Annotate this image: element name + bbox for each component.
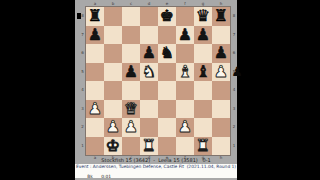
square-g1: ♜: [194, 137, 212, 156]
square-g3: [194, 100, 212, 119]
square-a4: [86, 81, 104, 100]
square-g6: [194, 44, 212, 63]
square-f4: [176, 81, 194, 100]
square-a7: ♟: [86, 26, 104, 45]
square-h2: [212, 118, 230, 137]
piece-bP-h6: ♟: [212, 44, 230, 63]
square-d6: ♟: [140, 44, 158, 63]
piece-wR-g1: ♜: [194, 137, 212, 156]
square-b2: ♟: [104, 118, 122, 137]
piece-bN-e6: ♞: [158, 44, 176, 63]
rank-label-1: 1: [80, 137, 85, 156]
square-e4: [158, 81, 176, 100]
piece-bR-a8: ♜: [86, 7, 104, 26]
square-e1: [158, 137, 176, 156]
piece-bP-a7: ♟: [86, 26, 104, 45]
rank-label-8: 8: [232, 7, 237, 26]
rank-label-6: 6: [232, 44, 237, 63]
square-f7: ♟: [176, 26, 194, 45]
matchup-line: Stockfish 15 (3642) - Leela 15 (3581) 0-…: [75, 157, 237, 163]
clock-value: 0:01: [101, 174, 111, 178]
square-c6: [122, 44, 140, 63]
piece-wP-h5: ♟: [212, 63, 230, 82]
square-d8: [140, 7, 158, 26]
square-g5: ♝: [194, 63, 212, 82]
square-a8: ♜: [86, 7, 104, 26]
clock-label: Bk: [87, 174, 93, 178]
square-h6: ♟: [212, 44, 230, 63]
piece-wP-b2: ♟: [104, 118, 122, 137]
rank-label-7: 7: [232, 26, 237, 45]
square-e3: [158, 100, 176, 119]
side-to-move-indicator-black: [77, 13, 81, 19]
rank-labels-right: 87654321: [232, 7, 237, 155]
board-panel: abcdefgh 87654321 87654321 abcdefgh ♜♚♛♜…: [75, 0, 237, 180]
square-d5: ♞: [140, 63, 158, 82]
piece-bK-e8: ♚: [158, 7, 176, 26]
piece-bP-d6: ♟: [140, 44, 158, 63]
file-label-b: b: [104, 2, 122, 7]
square-h3: [212, 100, 230, 119]
rank-label-7: 7: [80, 26, 85, 45]
info-strip: Event : Anderssen, Tuebingen Defense, Ca…: [75, 164, 237, 179]
square-b5: [104, 63, 122, 82]
square-c4: [122, 81, 140, 100]
chess-board: ♜♚♛♜♟♟♟♟♞♟♟♞♝♝♟♟♛♟♟♟♚♜♜: [86, 7, 230, 155]
piece-wB-f5: ♝: [176, 63, 194, 82]
event-line: Event : Anderssen, Tuebingen Defense, Ca…: [75, 164, 237, 170]
square-e5: [158, 63, 176, 82]
piece-bP-f7: ♟: [176, 26, 194, 45]
square-f1: [176, 137, 194, 156]
rank-label-3: 3: [232, 100, 237, 119]
square-e2: [158, 118, 176, 137]
piece-bB-g5: ♝: [194, 63, 212, 82]
square-a1: [86, 137, 104, 156]
rank-label-2: 2: [232, 118, 237, 137]
square-h7: [212, 26, 230, 45]
square-d1: ♜: [140, 137, 158, 156]
square-g4: [194, 81, 212, 100]
piece-wK-b1: ♚: [104, 137, 122, 156]
piece-wQ-c3: ♛: [122, 100, 140, 119]
piece-bP-c5: ♟: [122, 63, 140, 82]
rank-label-2: 2: [80, 118, 85, 137]
square-f2: ♟: [176, 118, 194, 137]
square-f3: [176, 100, 194, 119]
square-f6: [176, 44, 194, 63]
square-c2: ♟: [122, 118, 140, 137]
square-b8: [104, 7, 122, 26]
square-g7: ♟: [194, 26, 212, 45]
rank-labels-left: 87654321: [80, 7, 85, 155]
piece-wR-d1: ♜: [140, 137, 158, 156]
square-f8: [176, 7, 194, 26]
rank-label-5: 5: [80, 63, 85, 82]
rank-label-4: 4: [232, 81, 237, 100]
square-h8: ♜: [212, 7, 230, 26]
square-b3: [104, 100, 122, 119]
piece-bP-g7: ♟: [194, 26, 212, 45]
square-d2: [140, 118, 158, 137]
square-c8: [122, 7, 140, 26]
piece-wP-a3: ♟: [86, 100, 104, 119]
rank-label-1: 1: [232, 137, 237, 156]
square-e7: [158, 26, 176, 45]
square-d4: [140, 81, 158, 100]
video-frame: abcdefgh 87654321 87654321 abcdefgh ♜♚♛♜…: [0, 0, 320, 180]
file-label-d: d: [140, 2, 158, 7]
square-e8: ♚: [158, 7, 176, 26]
piece-bR-h8: ♜: [212, 7, 230, 26]
square-b4: [104, 81, 122, 100]
square-c5: ♟: [122, 63, 140, 82]
piece-bQ-g8: ♛: [194, 7, 212, 26]
square-c3: ♛: [122, 100, 140, 119]
square-c1: [122, 137, 140, 156]
square-b6: [104, 44, 122, 63]
square-g2: [194, 118, 212, 137]
square-g8: ♛: [194, 7, 212, 26]
square-d7: [140, 26, 158, 45]
black-pawn-material-icon: ♟: [231, 63, 243, 81]
square-a2: [86, 118, 104, 137]
square-a3: ♟: [86, 100, 104, 119]
square-a6: [86, 44, 104, 63]
rank-label-3: 3: [80, 100, 85, 119]
square-b1: ♚: [104, 137, 122, 156]
piece-wP-c2: ♟: [122, 118, 140, 137]
square-h5: ♟: [212, 63, 230, 82]
black-clock: Bk 0:01: [87, 174, 118, 178]
rank-label-4: 4: [80, 81, 85, 100]
square-h4: [212, 81, 230, 100]
rank-label-6: 6: [80, 44, 85, 63]
file-label-f: f: [176, 2, 194, 7]
square-b7: [104, 26, 122, 45]
piece-wP-f2: ♟: [176, 118, 194, 137]
square-a5: [86, 63, 104, 82]
square-f5: ♝: [176, 63, 194, 82]
stats-line: Bk 0:01 Next : 29/35 Length : 35 Materia…: [75, 169, 237, 178]
square-h1: [212, 137, 230, 156]
square-c7: [122, 26, 140, 45]
file-label-c: c: [122, 2, 140, 7]
piece-wN-d5: ♞: [140, 63, 158, 82]
square-d3: [140, 100, 158, 119]
square-e6: ♞: [158, 44, 176, 63]
